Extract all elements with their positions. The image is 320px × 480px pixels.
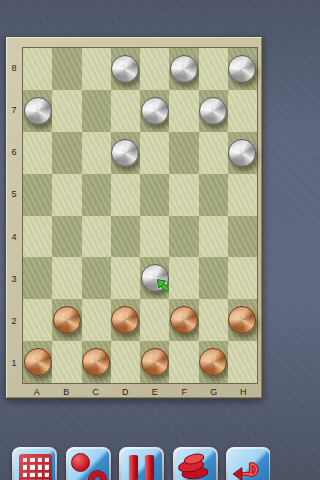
white-piece-f8[interactable] <box>170 55 198 83</box>
square-f8[interactable] <box>169 48 198 90</box>
square-a3[interactable] <box>23 257 52 299</box>
file-label-a: A <box>22 385 52 398</box>
square-g1[interactable] <box>199 341 228 383</box>
square-g5[interactable] <box>199 174 228 216</box>
square-g7[interactable] <box>199 90 228 132</box>
file-label-f: F <box>170 385 200 398</box>
rank-label-2: 2 <box>6 300 22 342</box>
square-e4[interactable] <box>140 216 169 258</box>
board-grid-button[interactable] <box>12 447 57 480</box>
white-piece-d6[interactable] <box>111 139 139 167</box>
undo-button[interactable] <box>226 447 270 480</box>
board-grid-icon <box>19 454 52 480</box>
board-grid <box>22 47 258 384</box>
square-f4[interactable] <box>169 216 198 258</box>
pause-button[interactable] <box>119 447 164 480</box>
square-c4[interactable] <box>82 216 111 258</box>
square-e1[interactable] <box>140 341 169 383</box>
square-e5[interactable] <box>140 174 169 216</box>
stacked-pieces-icon <box>175 449 212 480</box>
square-b2[interactable] <box>52 299 81 341</box>
square-b5[interactable] <box>52 174 81 216</box>
square-h4[interactable] <box>228 216 257 258</box>
square-h8[interactable] <box>228 48 257 90</box>
white-piece-h8[interactable] <box>228 55 256 83</box>
button-face <box>121 449 162 480</box>
file-label-e: E <box>140 385 170 398</box>
square-d3[interactable] <box>111 257 140 299</box>
square-e3[interactable] <box>140 257 169 299</box>
square-f7[interactable] <box>169 90 198 132</box>
square-d4[interactable] <box>111 216 140 258</box>
square-c7[interactable] <box>82 90 111 132</box>
square-c3[interactable] <box>82 257 111 299</box>
square-c5[interactable] <box>82 174 111 216</box>
white-piece-a7[interactable] <box>24 97 52 125</box>
square-f6[interactable] <box>169 132 198 174</box>
white-piece-h6[interactable] <box>228 139 256 167</box>
square-g3[interactable] <box>199 257 228 299</box>
square-g8[interactable] <box>199 48 228 90</box>
button-face <box>14 449 55 480</box>
square-d1[interactable] <box>111 341 140 383</box>
bronze-piece-d2[interactable] <box>111 306 139 334</box>
square-h1[interactable] <box>228 341 257 383</box>
pause-icon <box>129 455 138 480</box>
rank-label-7: 7 <box>6 89 22 131</box>
square-g2[interactable] <box>199 299 228 341</box>
square-c1[interactable] <box>82 341 111 383</box>
bronze-piece-e1[interactable] <box>141 348 169 376</box>
square-h5[interactable] <box>228 174 257 216</box>
file-labels: ABCDEFGH <box>22 385 258 398</box>
button-face <box>228 449 269 480</box>
file-label-d: D <box>111 385 141 398</box>
square-a2[interactable] <box>23 299 52 341</box>
board-frame: 87654321 ABCDEFGH <box>5 36 263 399</box>
rank-label-1: 1 <box>6 342 22 384</box>
square-b8[interactable] <box>52 48 81 90</box>
file-label-h: H <box>229 385 259 398</box>
undo-arrow-icon <box>228 449 265 480</box>
bronze-piece-b2[interactable] <box>53 306 81 334</box>
button-face <box>175 449 216 480</box>
square-c6[interactable] <box>82 132 111 174</box>
square-f2[interactable] <box>169 299 198 341</box>
ring-icon <box>89 471 106 480</box>
square-a6[interactable] <box>23 132 52 174</box>
square-b1[interactable] <box>52 341 81 383</box>
white-piece-e3[interactable] <box>141 264 169 292</box>
pause-icon-bar <box>145 455 154 480</box>
file-label-c: C <box>81 385 111 398</box>
rank-label-4: 4 <box>6 216 22 258</box>
square-a1[interactable] <box>23 341 52 383</box>
square-e2[interactable] <box>140 299 169 341</box>
moves-stack-button[interactable] <box>173 447 218 480</box>
rank-label-5: 5 <box>6 173 22 215</box>
bronze-piece-c1[interactable] <box>82 348 110 376</box>
rank-label-8: 8 <box>6 47 22 89</box>
square-d5[interactable] <box>111 174 140 216</box>
square-f3[interactable] <box>169 257 198 299</box>
square-h2[interactable] <box>228 299 257 341</box>
bronze-piece-h2[interactable] <box>228 306 256 334</box>
square-e8[interactable] <box>140 48 169 90</box>
square-d7[interactable] <box>111 90 140 132</box>
white-piece-e7[interactable] <box>141 97 169 125</box>
square-a8[interactable] <box>23 48 52 90</box>
square-a4[interactable] <box>23 216 52 258</box>
square-b7[interactable] <box>52 90 81 132</box>
square-g4[interactable] <box>199 216 228 258</box>
square-h7[interactable] <box>228 90 257 132</box>
button-face <box>68 449 109 480</box>
bronze-piece-g1[interactable] <box>199 348 227 376</box>
bronze-piece-f2[interactable] <box>170 306 198 334</box>
square-b6[interactable] <box>52 132 81 174</box>
square-g6[interactable] <box>199 132 228 174</box>
square-h6[interactable] <box>228 132 257 174</box>
square-b3[interactable] <box>52 257 81 299</box>
square-f5[interactable] <box>169 174 198 216</box>
square-f1[interactable] <box>169 341 198 383</box>
square-a5[interactable] <box>23 174 52 216</box>
square-d6[interactable] <box>111 132 140 174</box>
rank-labels: 87654321 <box>6 47 22 384</box>
square-c8[interactable] <box>82 48 111 90</box>
square-d2[interactable] <box>111 299 140 341</box>
white-piece-d8[interactable] <box>111 55 139 83</box>
square-c2[interactable] <box>82 299 111 341</box>
rank-label-3: 3 <box>6 258 22 300</box>
bronze-piece-a1[interactable] <box>24 348 52 376</box>
app-screen: { "app": { "background_color": "#5e6880"… <box>0 0 270 480</box>
square-d8[interactable] <box>111 48 140 90</box>
pieces-circles-icon <box>71 453 90 472</box>
file-label-g: G <box>199 385 229 398</box>
file-label-b: B <box>52 385 82 398</box>
square-b4[interactable] <box>52 216 81 258</box>
square-h3[interactable] <box>228 257 257 299</box>
square-e6[interactable] <box>140 132 169 174</box>
white-piece-g7[interactable] <box>199 97 227 125</box>
square-e7[interactable] <box>140 90 169 132</box>
square-a7[interactable] <box>23 90 52 132</box>
rank-label-6: 6 <box>6 131 22 173</box>
top-bar <box>0 0 270 36</box>
pieces-button[interactable] <box>66 447 111 480</box>
